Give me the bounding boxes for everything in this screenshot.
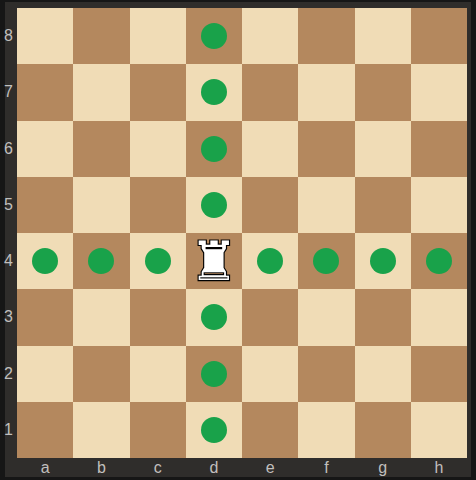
rank-label-8: 8 <box>0 8 17 64</box>
square-b3[interactable] <box>73 289 129 345</box>
rank-label-4: 4 <box>0 233 17 289</box>
square-f1[interactable] <box>298 402 354 458</box>
square-f7[interactable] <box>298 64 354 120</box>
svg-text:♜: ♜ <box>190 233 238 289</box>
square-d3[interactable] <box>186 289 242 345</box>
rank-label-2: 2 <box>0 346 17 402</box>
square-g2[interactable] <box>355 346 411 402</box>
file-label-d: d <box>186 458 242 477</box>
legal-move-dot-b4[interactable] <box>88 248 114 274</box>
square-d2[interactable] <box>186 346 242 402</box>
file-label-b: b <box>73 458 129 477</box>
square-d5[interactable] <box>186 177 242 233</box>
rank-label-3: 3 <box>0 289 17 345</box>
white-rook[interactable]: ♜ <box>186 233 242 289</box>
rank-label-7: 7 <box>0 64 17 120</box>
square-a2[interactable] <box>17 346 73 402</box>
file-label-h: h <box>411 458 467 477</box>
square-g4[interactable] <box>355 233 411 289</box>
legal-move-dot-d6[interactable] <box>201 136 227 162</box>
square-e8[interactable] <box>242 8 298 64</box>
square-h2[interactable] <box>411 346 467 402</box>
file-label-e: e <box>242 458 298 477</box>
square-g8[interactable] <box>355 8 411 64</box>
square-e7[interactable] <box>242 64 298 120</box>
square-c8[interactable] <box>130 8 186 64</box>
square-d7[interactable] <box>186 64 242 120</box>
legal-move-dot-d7[interactable] <box>201 79 227 105</box>
square-d1[interactable] <box>186 402 242 458</box>
rank-labels: 87654321 <box>0 8 17 458</box>
legal-move-dot-e4[interactable] <box>257 248 283 274</box>
chess-app-window: 87654321 abcdefgh ♜ <box>0 0 476 480</box>
square-h5[interactable] <box>411 177 467 233</box>
square-c3[interactable] <box>130 289 186 345</box>
square-a8[interactable] <box>17 8 73 64</box>
square-h6[interactable] <box>411 121 467 177</box>
legal-move-dot-a4[interactable] <box>32 248 58 274</box>
square-b1[interactable] <box>73 402 129 458</box>
rank-label-6: 6 <box>0 121 17 177</box>
file-label-c: c <box>130 458 186 477</box>
square-c1[interactable] <box>130 402 186 458</box>
legal-move-dot-d5[interactable] <box>201 192 227 218</box>
square-c4[interactable] <box>130 233 186 289</box>
square-b7[interactable] <box>73 64 129 120</box>
square-c7[interactable] <box>130 64 186 120</box>
file-label-g: g <box>355 458 411 477</box>
square-e4[interactable] <box>242 233 298 289</box>
square-h3[interactable] <box>411 289 467 345</box>
square-e3[interactable] <box>242 289 298 345</box>
square-c2[interactable] <box>130 346 186 402</box>
legal-move-dot-g4[interactable] <box>370 248 396 274</box>
rank-label-5: 5 <box>0 177 17 233</box>
square-c6[interactable] <box>130 121 186 177</box>
square-h7[interactable] <box>411 64 467 120</box>
square-f6[interactable] <box>298 121 354 177</box>
square-b5[interactable] <box>73 177 129 233</box>
square-e5[interactable] <box>242 177 298 233</box>
square-a6[interactable] <box>17 121 73 177</box>
square-a4[interactable] <box>17 233 73 289</box>
legal-move-dot-c4[interactable] <box>145 248 171 274</box>
square-e1[interactable] <box>242 402 298 458</box>
square-b4[interactable] <box>73 233 129 289</box>
square-a1[interactable] <box>17 402 73 458</box>
square-f8[interactable] <box>298 8 354 64</box>
square-b2[interactable] <box>73 346 129 402</box>
square-h4[interactable] <box>411 233 467 289</box>
square-g7[interactable] <box>355 64 411 120</box>
square-g5[interactable] <box>355 177 411 233</box>
square-e6[interactable] <box>242 121 298 177</box>
square-c5[interactable] <box>130 177 186 233</box>
square-f4[interactable] <box>298 233 354 289</box>
legal-move-dot-d1[interactable] <box>201 417 227 443</box>
file-labels: abcdefgh <box>17 458 467 477</box>
legal-move-dot-d2[interactable] <box>201 361 227 387</box>
square-g1[interactable] <box>355 402 411 458</box>
square-e2[interactable] <box>242 346 298 402</box>
rank-label-1: 1 <box>0 402 17 458</box>
square-a5[interactable] <box>17 177 73 233</box>
square-b6[interactable] <box>73 121 129 177</box>
square-d4[interactable]: ♜ <box>186 233 242 289</box>
square-f2[interactable] <box>298 346 354 402</box>
file-label-f: f <box>298 458 354 477</box>
square-h8[interactable] <box>411 8 467 64</box>
legal-move-dot-d3[interactable] <box>201 304 227 330</box>
square-g3[interactable] <box>355 289 411 345</box>
square-g6[interactable] <box>355 121 411 177</box>
square-h1[interactable] <box>411 402 467 458</box>
legal-move-dot-h4[interactable] <box>426 248 452 274</box>
square-f5[interactable] <box>298 177 354 233</box>
square-d6[interactable] <box>186 121 242 177</box>
legal-move-dot-f4[interactable] <box>313 248 339 274</box>
square-a7[interactable] <box>17 64 73 120</box>
square-a3[interactable] <box>17 289 73 345</box>
square-d8[interactable] <box>186 8 242 64</box>
chess-board: ♜ <box>17 8 467 458</box>
file-label-a: a <box>17 458 73 477</box>
legal-move-dot-d8[interactable] <box>201 23 227 49</box>
square-b8[interactable] <box>73 8 129 64</box>
square-f3[interactable] <box>298 289 354 345</box>
